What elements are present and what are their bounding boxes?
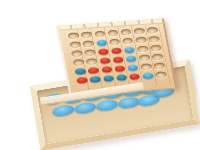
red-disc: [112, 56, 124, 63]
empty-hole: [107, 29, 119, 36]
empty-hole: [83, 40, 95, 47]
red-disc: [77, 77, 89, 84]
empty-hole: [73, 59, 85, 66]
empty-hole: [150, 45, 162, 52]
empty-hole: [139, 55, 151, 62]
blue-disc: [125, 56, 137, 63]
empty-hole: [137, 46, 149, 53]
blue-disc: [142, 73, 154, 80]
cell-c7r6[interactable]: [154, 70, 169, 80]
empty-hole: [120, 28, 132, 35]
red-disc: [101, 66, 113, 73]
empty-hole: [71, 50, 83, 57]
product-photo-connect-four: [0, 0, 200, 150]
blue-disc: [127, 65, 139, 72]
empty-hole: [109, 38, 121, 45]
tray-disc: [73, 101, 96, 114]
red-disc: [129, 74, 141, 81]
blue-disc: [124, 47, 136, 54]
tray-disc: [95, 99, 118, 112]
red-disc: [88, 67, 100, 74]
blue-disc: [103, 76, 115, 83]
red-disc: [99, 57, 111, 64]
blue-disc: [75, 68, 87, 75]
connect-four-board: [56, 18, 177, 96]
empty-hole: [135, 37, 147, 44]
blue-disc: [116, 75, 128, 82]
empty-hole: [86, 58, 98, 65]
empty-hole: [133, 27, 145, 34]
empty-hole: [155, 72, 167, 79]
red-disc: [97, 48, 109, 55]
empty-hole: [146, 27, 158, 34]
empty-hole: [152, 54, 164, 61]
empty-hole: [81, 31, 93, 38]
empty-hole: [94, 30, 106, 37]
empty-hole: [84, 49, 96, 56]
red-disc: [114, 66, 126, 73]
blue-disc: [90, 76, 102, 83]
empty-hole: [148, 36, 160, 43]
empty-hole: [140, 64, 152, 71]
empty-hole: [70, 41, 82, 48]
blue-disc: [96, 39, 108, 46]
red-disc: [111, 47, 123, 54]
tray-disc: [52, 104, 75, 117]
empty-hole: [68, 32, 80, 39]
empty-hole: [122, 37, 134, 44]
board-grid: [66, 25, 168, 86]
empty-hole: [153, 63, 165, 70]
